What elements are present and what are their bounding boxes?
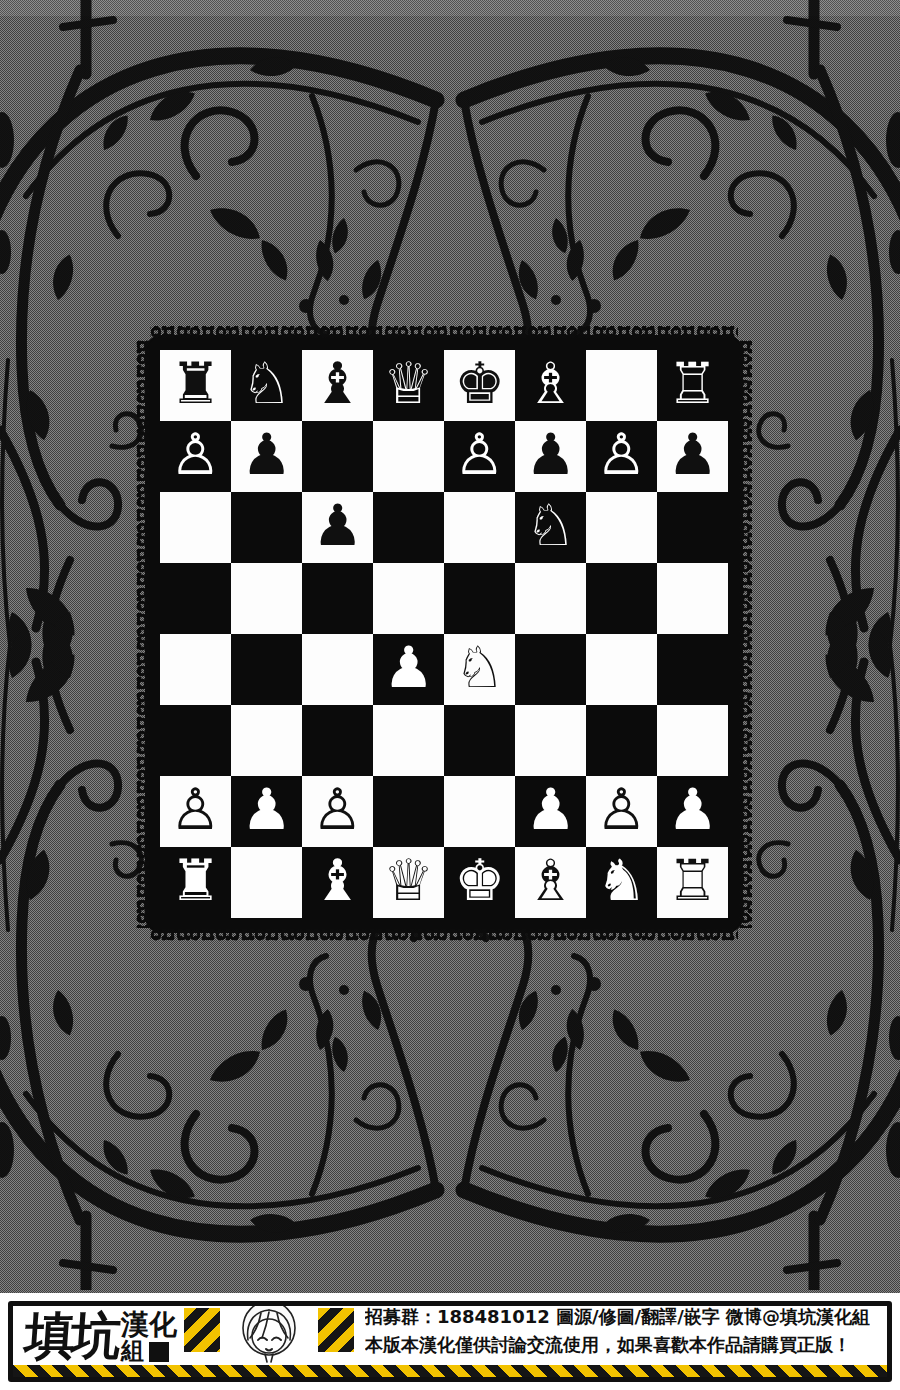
square-a1: ♜ (160, 847, 231, 918)
square-b3 (231, 705, 302, 776)
square-g2: ♙ (586, 776, 657, 847)
square-b8: ♘ (231, 350, 302, 421)
piece-black-bishop-f8: ♗ (525, 355, 576, 412)
piece-white-pawn-a2: ♙ (170, 781, 221, 838)
square-e6 (444, 492, 515, 563)
square-h7: ♟ (657, 421, 728, 492)
piece-white-bishop-c1: ♝ (312, 852, 363, 909)
piece-black-pawn-h7: ♟ (667, 426, 718, 483)
hazard-stripe-bottom (13, 1365, 887, 1377)
square-c4 (302, 634, 373, 705)
square-c2: ♙ (302, 776, 373, 847)
square-e7: ♙ (444, 421, 515, 492)
square-c5 (302, 563, 373, 634)
square-d6 (373, 492, 444, 563)
square-e4: ♘ (444, 634, 515, 705)
square-e1: ♚ (444, 847, 515, 918)
piece-white-pawn-d4: ♟ (383, 639, 434, 696)
piece-black-bishop-c8: ♝ (312, 355, 363, 412)
square-h4 (657, 634, 728, 705)
square-c7 (302, 421, 373, 492)
piece-black-queen-d8: ♕ (383, 355, 434, 412)
banner-strip: 填坑 漢化 組 (0, 1293, 900, 1390)
square-b5 (231, 563, 302, 634)
square-a6 (160, 492, 231, 563)
piece-white-rook-a1: ♜ (170, 852, 221, 909)
piece-black-knight-b8: ♘ (241, 355, 292, 412)
square-f4 (515, 634, 586, 705)
square-e8: ♚ (444, 350, 515, 421)
square-c1: ♝ (302, 847, 373, 918)
credit-line-1: 招募群：188481012 圖源/修圖/翻譯/嵌字 微博@填坑漢化組 (365, 1306, 870, 1329)
square-f6: ♘ (515, 492, 586, 563)
square-d8: ♕ (373, 350, 444, 421)
piece-white-pawn-f2: ♟ (525, 781, 576, 838)
piece-black-knight-f6: ♘ (525, 497, 576, 554)
piece-white-pawn-b2: ♟ (241, 781, 292, 838)
square-d2 (373, 776, 444, 847)
piece-white-pawn-g2: ♙ (596, 781, 647, 838)
piece-black-pawn-f7: ♟ (525, 426, 576, 483)
square-h8: ♖ (657, 350, 728, 421)
square-d3 (373, 705, 444, 776)
piece-black-pawn-e7: ♙ (454, 426, 505, 483)
square-b7: ♟ (231, 421, 302, 492)
square-f3 (515, 705, 586, 776)
piece-white-rook-h1: ♖ (667, 852, 718, 909)
logo-text-small-bottom: 組 (121, 1339, 144, 1362)
square-a5 (160, 563, 231, 634)
square-h5 (657, 563, 728, 634)
square-c6: ♟ (302, 492, 373, 563)
square-g4 (586, 634, 657, 705)
square-g3 (586, 705, 657, 776)
piece-white-pawn-h2: ♟ (667, 781, 718, 838)
piece-white-knight-e4: ♘ (454, 639, 505, 696)
piece-black-pawn-c6: ♟ (312, 497, 363, 554)
square-a3 (160, 705, 231, 776)
square-f5 (515, 563, 586, 634)
piece-white-queen-d1: ♕ (383, 852, 434, 909)
piece-white-king-e1: ♚ (454, 852, 505, 909)
piece-white-pawn-c2: ♙ (312, 781, 363, 838)
manga-page: ♜♘♝♕♚♗♖♙♟♙♟♙♟♟♘♟♘♙♟♙♟♙♟♜♝♕♚♗♞♖ 填坑 漢化 組 (0, 0, 900, 1390)
square-f1: ♗ (515, 847, 586, 918)
square-h3 (657, 705, 728, 776)
square-a4 (160, 634, 231, 705)
scanlation-group-logo: 填坑 漢化 組 (25, 1311, 177, 1362)
logo-text-small-top: 漢化 (121, 1311, 177, 1339)
square-d5 (373, 563, 444, 634)
square-b2: ♟ (231, 776, 302, 847)
piece-white-knight-g1: ♞ (596, 852, 647, 909)
logo-black-square (149, 1342, 169, 1362)
hazard-stripe-bar-right (318, 1308, 354, 1352)
square-e5 (444, 563, 515, 634)
square-b1 (231, 847, 302, 918)
square-f2: ♟ (515, 776, 586, 847)
chess-board-grid: ♜♘♝♕♚♗♖♙♟♙♟♙♟♟♘♟♘♙♟♙♟♙♟♜♝♕♚♗♞♖ (160, 350, 728, 918)
square-h2: ♟ (657, 776, 728, 847)
square-g8 (586, 350, 657, 421)
piece-black-rook-h8: ♖ (667, 355, 718, 412)
square-g6 (586, 492, 657, 563)
square-a7: ♙ (160, 421, 231, 492)
square-h1: ♖ (657, 847, 728, 918)
piece-black-rook-a8: ♜ (170, 355, 221, 412)
chess-board: ♜♘♝♕♚♗♖♙♟♙♟♙♟♟♘♟♘♙♟♙♟♙♟♜♝♕♚♗♞♖ (147, 337, 741, 931)
square-h6 (657, 492, 728, 563)
square-f8: ♗ (515, 350, 586, 421)
hazard-stripe-bar-left (184, 1308, 220, 1352)
square-d1: ♕ (373, 847, 444, 918)
square-c8: ♝ (302, 350, 373, 421)
square-e2 (444, 776, 515, 847)
square-f7: ♟ (515, 421, 586, 492)
square-g7: ♙ (586, 421, 657, 492)
square-c3 (302, 705, 373, 776)
square-b6 (231, 492, 302, 563)
square-a2: ♙ (160, 776, 231, 847)
square-b4 (231, 634, 302, 705)
piece-black-pawn-b7: ♟ (241, 426, 292, 483)
scanlation-credit-banner: 填坑 漢化 組 (8, 1301, 892, 1382)
square-e3 (444, 705, 515, 776)
square-g5 (586, 563, 657, 634)
square-g1: ♞ (586, 847, 657, 918)
square-d4: ♟ (373, 634, 444, 705)
anime-girl-mascot-icon (227, 1301, 311, 1364)
logo-text-big: 填坑 (23, 1311, 118, 1361)
piece-white-bishop-f1: ♗ (525, 852, 576, 909)
piece-black-pawn-g7: ♙ (596, 426, 647, 483)
square-a8: ♜ (160, 350, 231, 421)
piece-black-pawn-a7: ♙ (170, 426, 221, 483)
piece-black-king-e8: ♚ (454, 355, 505, 412)
square-d7 (373, 421, 444, 492)
credit-line-2: 本版本漢化僅供討論交流使用，如果喜歡本作品請購買正版！ (365, 1334, 870, 1357)
